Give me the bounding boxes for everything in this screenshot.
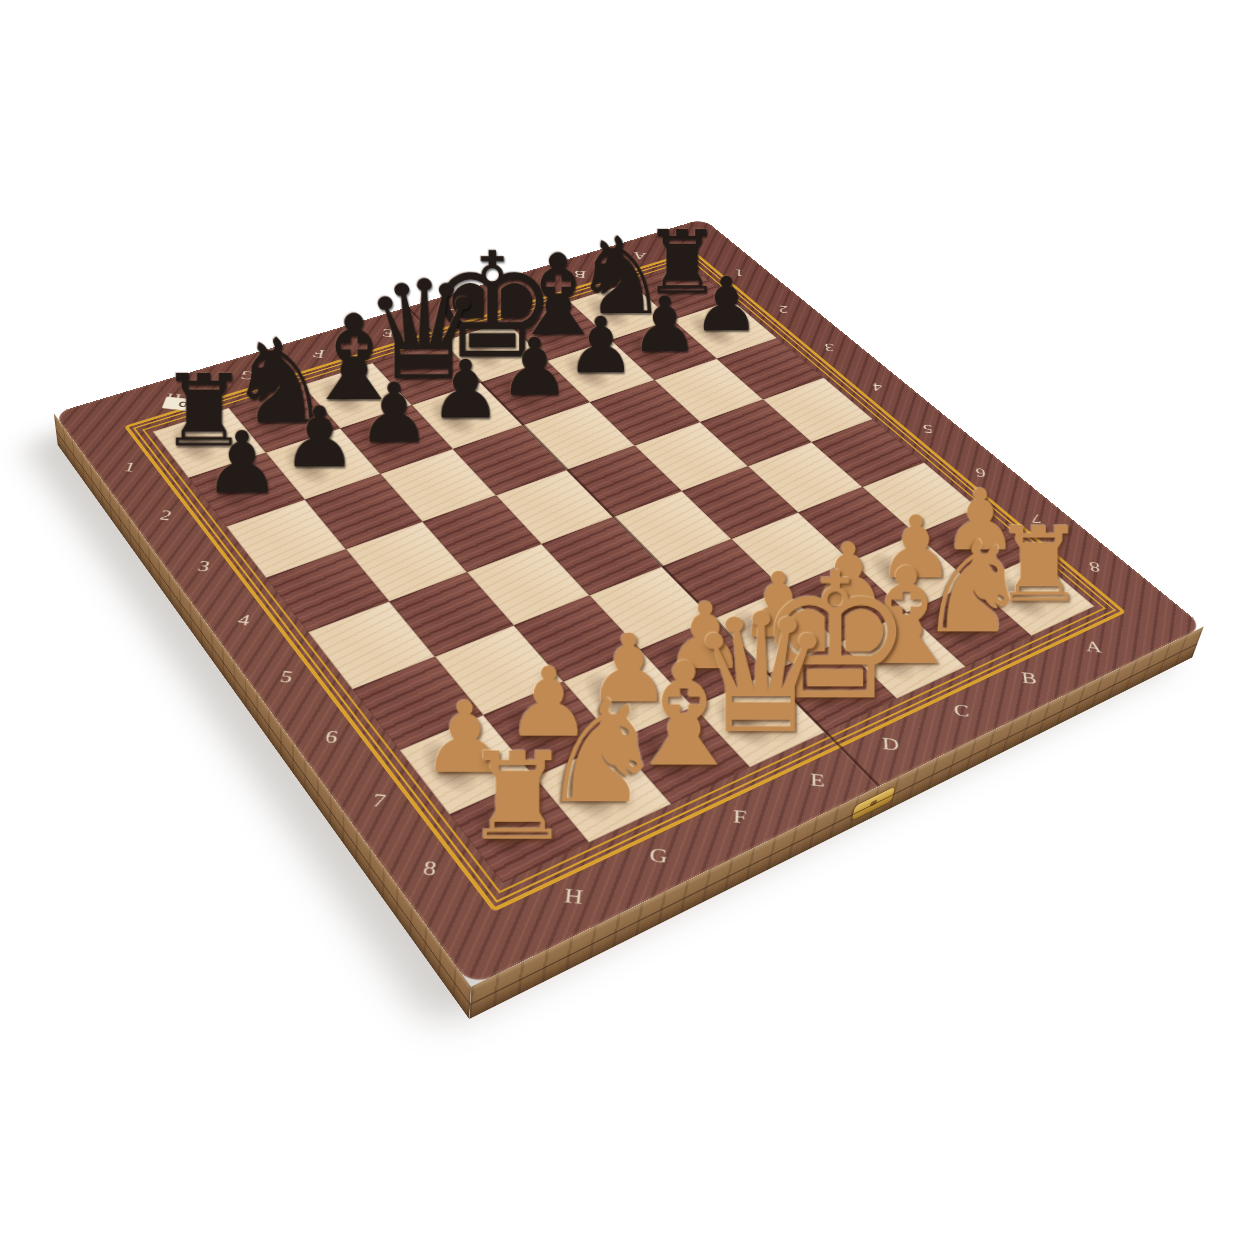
pawn-glyph: ♟ (155, 420, 328, 506)
board-top-face: 11AA22BB33CC44DD55EE66FF77GG88HH WO ♜♞♝♚… (54, 219, 1204, 987)
chessboard: 11AA22BB33CC44DD55EE66FF77GG88HH WO ♜♞♝♚… (54, 219, 1204, 987)
rook-glyph: ♜ (415, 737, 621, 858)
product-photo-scene: 11AA22BB33CC44DD55EE66FF77GG88HH WO ♜♞♝♚… (0, 0, 1250, 1250)
